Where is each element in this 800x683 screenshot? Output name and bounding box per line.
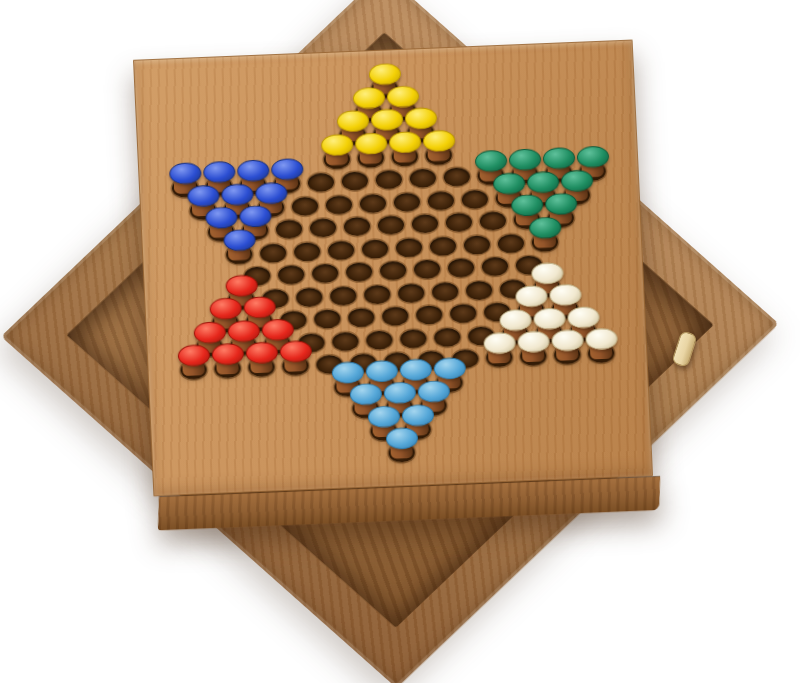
board-hole[interactable] (396, 238, 423, 258)
peg-yellow[interactable] (321, 133, 352, 165)
board-cell (339, 214, 374, 238)
peg-cap (193, 321, 226, 344)
peg-cap (355, 132, 388, 155)
board-hole[interactable] (400, 329, 427, 349)
board-cell (326, 283, 361, 307)
peg-cap (533, 307, 566, 330)
peg-red[interactable] (177, 345, 208, 377)
board-hole[interactable] (461, 189, 488, 209)
board-cell (405, 165, 440, 189)
peg-cap (405, 107, 438, 130)
peg-cap (493, 172, 526, 195)
peg-red[interactable] (279, 340, 310, 372)
peg-cap (386, 427, 419, 450)
board-hole[interactable] (409, 169, 436, 189)
peg-cap (279, 340, 312, 363)
peg-cap (399, 358, 432, 381)
peg-cap (517, 331, 550, 354)
board-cell (441, 210, 476, 234)
board-hole[interactable] (314, 309, 341, 329)
peg-cap (223, 229, 256, 252)
game-board (133, 40, 653, 497)
peg-green[interactable] (529, 216, 560, 248)
board-hole[interactable] (296, 287, 323, 307)
board-cell (493, 230, 528, 254)
board-cell (337, 168, 372, 192)
board-cell (439, 164, 474, 188)
board-hole[interactable] (464, 235, 491, 255)
board-hole[interactable] (414, 260, 441, 280)
peg-cap (367, 405, 400, 428)
board-hole[interactable] (310, 218, 337, 238)
board-cell (360, 281, 395, 305)
board-cell (527, 229, 562, 253)
board-hole[interactable] (380, 261, 407, 281)
peg-cap (567, 306, 600, 329)
board-cell (321, 192, 356, 216)
peg-cap (417, 380, 450, 403)
peg-red[interactable] (211, 343, 242, 375)
board-cell (342, 259, 377, 283)
board-cell (355, 190, 390, 214)
board-hole[interactable] (362, 239, 389, 259)
board-hole[interactable] (450, 304, 477, 324)
board-cell (396, 325, 431, 349)
board-hole[interactable] (416, 305, 443, 325)
peg-cap (549, 284, 582, 307)
board-cell (550, 342, 585, 366)
board-hole[interactable] (348, 308, 375, 328)
board-cell (425, 233, 460, 257)
board-hole[interactable] (393, 192, 420, 212)
board-hole[interactable] (294, 242, 321, 262)
board-cell (430, 324, 465, 348)
board-cell (176, 357, 211, 381)
board-hole[interactable] (382, 307, 409, 327)
board-hole[interactable] (434, 327, 461, 347)
peg-cap (545, 193, 578, 216)
board-cell (256, 240, 291, 264)
board-hole[interactable] (332, 332, 359, 352)
board-hole[interactable] (412, 214, 439, 234)
board-cell (584, 341, 619, 365)
peg-cap (543, 147, 576, 170)
board-cell (344, 305, 379, 329)
peg-cap (389, 131, 422, 154)
peg-cap (423, 129, 456, 152)
board-hole[interactable] (260, 243, 287, 263)
board-cell (222, 241, 257, 265)
board-cell (477, 254, 512, 278)
peg-cap (255, 182, 288, 205)
board-cell (387, 143, 422, 167)
peg-cap (239, 205, 272, 228)
board-cell (394, 280, 429, 304)
peg-white[interactable] (585, 328, 616, 360)
peg-cap (209, 298, 242, 321)
board-hole[interactable] (312, 264, 339, 284)
peg-cap (529, 216, 562, 239)
peg-cap (349, 383, 382, 406)
board-cell (371, 167, 406, 191)
board-cell (457, 186, 492, 210)
peg-cap (371, 109, 404, 132)
peg-cap (331, 361, 364, 384)
peg-white[interactable] (551, 329, 582, 361)
peg-cap (511, 194, 544, 217)
board-hole[interactable] (498, 234, 525, 254)
board-hole[interactable] (430, 236, 457, 256)
peg-yellow[interactable] (423, 129, 454, 161)
peg-cap (551, 329, 584, 352)
board-cell (272, 216, 307, 240)
peg-white[interactable] (483, 332, 514, 364)
peg-yellow[interactable] (355, 132, 386, 164)
board-cell (353, 145, 388, 169)
board-cell (287, 193, 322, 217)
board-cell (384, 440, 419, 464)
board-cell (444, 255, 479, 279)
board-cell (421, 142, 456, 166)
board-hole[interactable] (276, 220, 303, 240)
board-hole[interactable] (466, 280, 493, 300)
board-cell (482, 345, 517, 369)
board-cell (391, 234, 426, 258)
board-cell (328, 328, 363, 352)
board-hole[interactable] (443, 167, 470, 187)
board-cell (459, 232, 494, 256)
board-cell (516, 343, 551, 367)
board-hole[interactable] (346, 263, 373, 283)
board-cell (274, 262, 309, 286)
peg-cap (225, 274, 258, 297)
peg-cap (531, 262, 564, 285)
board-cell (475, 208, 510, 232)
peg-cap (561, 169, 594, 192)
board-hole[interactable] (278, 265, 305, 285)
board-cell (308, 261, 343, 285)
board-hole[interactable] (398, 283, 425, 303)
peg-cap (321, 133, 354, 156)
peg-cap (187, 184, 220, 207)
board-cell (290, 238, 325, 262)
board-hole[interactable] (364, 285, 391, 305)
board-hole[interactable] (479, 212, 506, 232)
peg-cap (577, 146, 610, 169)
board-hole[interactable] (344, 217, 371, 237)
board-cell (362, 327, 397, 351)
board-cell (423, 187, 458, 211)
peg-cap (221, 183, 254, 206)
peg-cap (475, 150, 508, 173)
board-hole[interactable] (326, 195, 353, 215)
peg-cap (337, 110, 370, 133)
peg-blue[interactable] (223, 229, 254, 261)
peg-cap (509, 149, 542, 172)
scene (0, 0, 800, 683)
board-hole[interactable] (432, 282, 459, 302)
peg-skyblue[interactable] (386, 427, 417, 459)
board-cell (407, 211, 442, 235)
board-cell (324, 237, 359, 261)
peg-cap (211, 343, 244, 366)
peg-cap (169, 162, 202, 185)
peg-cap (203, 161, 236, 184)
board-hole[interactable] (308, 173, 335, 193)
board-cell (210, 356, 245, 380)
board-cell (244, 354, 279, 378)
peg-white[interactable] (517, 331, 548, 363)
peg-cap (368, 63, 401, 86)
peg-cap (177, 344, 210, 367)
board-cell (428, 278, 463, 302)
board-hole[interactable] (427, 191, 454, 211)
board-cell (389, 189, 424, 213)
peg-cap (515, 285, 548, 308)
peg-yellow[interactable] (389, 131, 420, 163)
peg-cap (401, 404, 434, 427)
board-hole[interactable] (482, 257, 509, 277)
board-cell (310, 306, 345, 330)
peg-cap (353, 87, 386, 110)
peg-cap (585, 328, 618, 351)
checkers-star-grid (134, 58, 652, 482)
board-hole[interactable] (360, 194, 387, 214)
peg-cap (365, 360, 398, 383)
board-cell (462, 277, 497, 301)
peg-cap (483, 332, 516, 355)
board-cell (446, 301, 481, 325)
board-hole[interactable] (328, 240, 355, 260)
board-cell (410, 256, 445, 280)
board-cell (278, 353, 313, 377)
peg-cap (237, 160, 270, 183)
board-hole[interactable] (375, 170, 402, 190)
peg-cap (527, 171, 560, 194)
peg-cap (227, 320, 260, 343)
peg-red[interactable] (245, 342, 276, 374)
board-cell (358, 236, 393, 260)
board-cell (305, 215, 340, 239)
peg-cap (205, 207, 238, 230)
peg-cap (433, 357, 466, 380)
board-cell (303, 169, 338, 193)
board-cell (376, 258, 411, 282)
board-hole[interactable] (292, 196, 319, 216)
board-hole[interactable] (378, 216, 405, 236)
peg-cap (386, 85, 419, 108)
peg-cap (383, 382, 416, 405)
peg-cap (245, 342, 278, 365)
board-hole[interactable] (341, 171, 368, 191)
board-cell (378, 303, 413, 327)
peg-cap (243, 296, 276, 319)
board-cell (292, 284, 327, 308)
board-cell (319, 146, 354, 170)
board-hole[interactable] (446, 213, 473, 233)
peg-cap (271, 158, 304, 181)
board-hole[interactable] (330, 286, 357, 306)
peg-cap (261, 318, 294, 341)
peg-cap (499, 309, 532, 332)
board-cell (373, 212, 408, 236)
board-cell (412, 302, 447, 326)
board-hole[interactable] (366, 330, 393, 350)
board-hole[interactable] (448, 258, 475, 278)
